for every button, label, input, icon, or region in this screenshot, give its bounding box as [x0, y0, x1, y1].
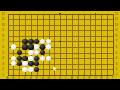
black-stone[interactable] [28, 39, 33, 44]
black-stone[interactable] [28, 44, 33, 49]
coordinate-label-right: 4 [116, 57, 118, 60]
grid-line-vertical [95, 14, 96, 76]
black-stone[interactable] [34, 61, 39, 66]
white-stone[interactable] [11, 56, 16, 61]
letterbox-bar-top [0, 0, 120, 11]
white-stone[interactable] [46, 56, 51, 61]
white-stone[interactable] [40, 39, 45, 44]
white-stone[interactable] [22, 67, 27, 72]
letterbox-bar-bottom [0, 79, 120, 90]
grid-line-vertical [107, 14, 108, 76]
white-stone[interactable] [40, 56, 45, 61]
coordinate-label-right: 5 [116, 51, 118, 54]
coordinate-label-left: 8 [2, 34, 4, 37]
coordinate-label-left: 3 [2, 62, 4, 65]
black-stone[interactable] [17, 61, 22, 66]
grid-line-vertical [72, 14, 73, 76]
grid-line-vertical [54, 14, 55, 76]
white-stone[interactable] [28, 56, 33, 61]
coordinate-label-right: 8 [116, 34, 118, 37]
black-stone[interactable] [17, 56, 22, 61]
coordinate-label-right: 12 [115, 12, 118, 15]
coordinate-label-left: 4 [2, 57, 4, 60]
coordinate-label-right: 1 [116, 74, 118, 77]
coordinate-label-left: 9 [2, 29, 4, 32]
video-thumbnail: ABCDEFGHJKLMNOPQRST121110987654321121110… [0, 0, 120, 90]
coordinate-label-right: 7 [116, 40, 118, 43]
coordinate-label-left: 10 [2, 23, 5, 26]
white-stone[interactable] [46, 44, 51, 49]
coordinate-label-right: 10 [115, 23, 118, 26]
coordinate-label-left: 12 [2, 12, 5, 15]
coordinate-label-left: 2 [2, 68, 4, 71]
white-stone[interactable] [22, 61, 27, 66]
grid-line-vertical [113, 14, 114, 76]
grid-line-vertical [8, 14, 9, 76]
coordinate-label-left: 11 [2, 18, 5, 21]
black-stone[interactable] [22, 44, 27, 49]
grid-line-horizontal [8, 19, 114, 20]
white-stone[interactable] [28, 50, 33, 55]
black-stone[interactable] [34, 67, 39, 72]
coordinate-label-left: 5 [2, 51, 4, 54]
white-stone[interactable] [11, 61, 16, 66]
coordinate-label-right: 2 [116, 68, 118, 71]
black-stone[interactable] [34, 39, 39, 44]
black-stone[interactable] [34, 56, 39, 61]
grid-line-vertical [78, 14, 79, 76]
go-board[interactable]: ABCDEFGHJKLMNOPQRST121110987654321121110… [0, 11, 120, 79]
coordinate-label-left: 7 [2, 40, 4, 43]
black-stone[interactable] [28, 61, 33, 66]
black-stone[interactable] [22, 39, 27, 44]
white-stone[interactable] [34, 50, 39, 55]
grid-line-vertical [60, 14, 61, 76]
grid-line-vertical [101, 14, 102, 76]
black-stone[interactable] [17, 50, 22, 55]
black-stone[interactable] [40, 44, 45, 49]
coordinate-label-left: 6 [2, 46, 4, 49]
coordinate-label-right: 3 [116, 62, 118, 65]
black-stone[interactable] [22, 56, 27, 61]
coordinate-label-right: 6 [116, 46, 118, 49]
grid-line-vertical [84, 14, 85, 76]
black-stone[interactable] [40, 50, 45, 55]
coordinate-label-left: 1 [2, 74, 4, 77]
coordinate-label-right: 9 [116, 29, 118, 32]
grid-line-horizontal [8, 53, 114, 54]
white-stone[interactable] [34, 44, 39, 49]
coordinate-label-right: 11 [115, 18, 118, 21]
grid-line-vertical [90, 14, 91, 76]
grid-line-horizontal [8, 25, 114, 26]
white-stone[interactable] [28, 67, 33, 72]
grid-line-vertical [66, 14, 67, 76]
white-stone[interactable] [11, 44, 16, 49]
white-stone[interactable] [46, 39, 51, 44]
grid-line-horizontal [8, 30, 114, 31]
grid-line-horizontal [8, 36, 114, 37]
